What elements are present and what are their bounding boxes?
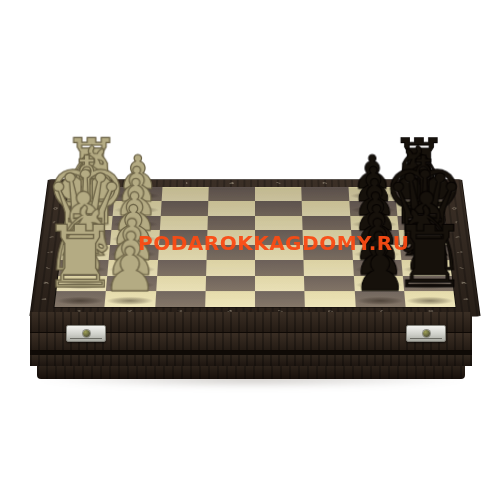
watermark: PODAROKKAGDOMY.RU bbox=[138, 231, 409, 255]
latch-seam bbox=[410, 338, 442, 339]
box-lower-edge bbox=[30, 355, 472, 366]
latch-pin-icon bbox=[83, 330, 90, 337]
box-base bbox=[37, 366, 465, 379]
latch-left-icon bbox=[66, 325, 106, 342]
latch-pin-icon bbox=[423, 330, 430, 337]
latch-seam bbox=[70, 338, 102, 339]
product-photo: 1122334455667788hhggffeeddccbbaa ♜♜♟♟♞♞♟… bbox=[0, 0, 500, 500]
latch-right-icon bbox=[406, 325, 446, 342]
box-front bbox=[30, 312, 472, 378]
